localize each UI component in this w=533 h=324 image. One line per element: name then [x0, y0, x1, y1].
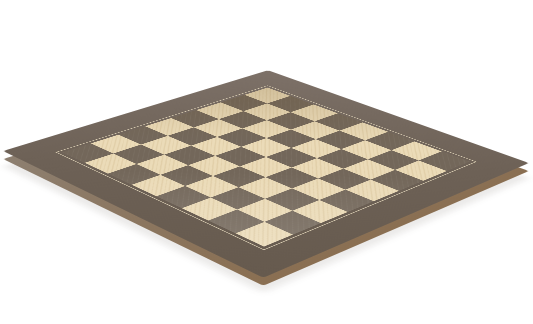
chess-board: [3, 70, 529, 278]
product-photo-stage: [0, 0, 533, 324]
